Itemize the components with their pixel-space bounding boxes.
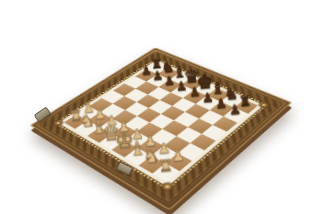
perspective-wrapper: ♜♞♝♛♚♝♞♜♟♟♟♟♟♟♟♟♟♟♟♟♟♟♟♟♜♞♝♛♚♝♞♜ xyxy=(60,13,262,214)
chess-set-photo: ♜♞♝♛♚♝♞♜♟♟♟♟♟♟♟♟♟♟♟♟♟♟♟♟♜♞♝♛♚♝♞♜ xyxy=(0,0,320,214)
chess-board: ♜♞♝♛♚♝♞♜♟♟♟♟♟♟♟♟♟♟♟♟♟♟♟♟♜♞♝♛♚♝♞♜ xyxy=(30,48,292,211)
